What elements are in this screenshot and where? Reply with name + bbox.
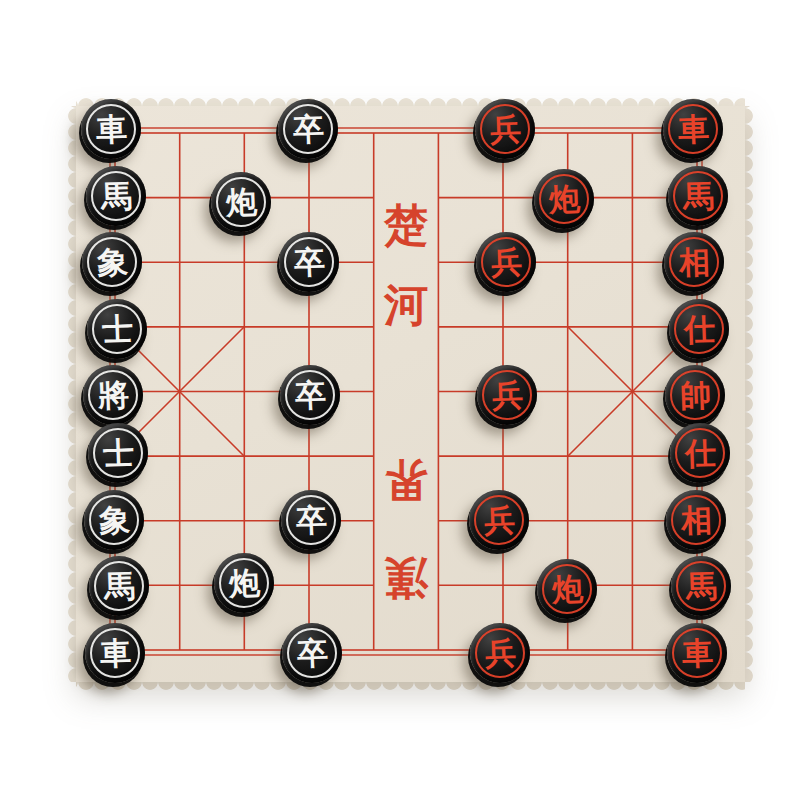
piece-black-general[interactable]: 將: [83, 365, 143, 425]
piece-character: 炮: [551, 573, 583, 605]
piece-red-elephant[interactable]: 相: [666, 490, 726, 550]
piece-black-advisor[interactable]: 士: [88, 423, 148, 483]
river-char-jie: 界: [374, 458, 438, 502]
piece-character: 馬: [100, 180, 132, 212]
piece-character: 卒: [292, 113, 324, 145]
piece-black-soldier[interactable]: 卒: [279, 232, 339, 292]
piece-black-chariot[interactable]: 車: [85, 623, 145, 683]
piece-character: 兵: [491, 379, 523, 411]
piece-character: 相: [678, 246, 710, 278]
piece-black-soldier[interactable]: 卒: [281, 490, 341, 550]
piece-black-horse[interactable]: 馬: [89, 556, 149, 616]
piece-red-cannon[interactable]: 炮: [534, 169, 594, 229]
piece-character: 相: [680, 504, 712, 536]
piece-character: 卒: [293, 246, 325, 278]
piece-character: 卒: [294, 379, 326, 411]
piece-black-elephant[interactable]: 象: [82, 232, 142, 292]
piece-character: 車: [677, 113, 709, 145]
piece-character: 仕: [683, 313, 715, 345]
piece-character: 象: [98, 504, 130, 536]
photo-scene: 楚 河 界 漢 車馬象士將士象馬車炮炮卒卒卒卒卒兵兵兵兵兵炮炮車馬相仕帥仕相馬車: [0, 0, 800, 800]
piece-red-soldier[interactable]: 兵: [477, 365, 537, 425]
river-char-han: 漢: [374, 556, 438, 600]
piece-red-soldier[interactable]: 兵: [475, 99, 535, 159]
piece-character: 車: [99, 637, 131, 669]
piece-character: 士: [102, 437, 134, 469]
piece-red-soldier[interactable]: 兵: [476, 232, 536, 292]
river-char-he: 河: [374, 283, 438, 327]
piece-red-elephant[interactable]: 相: [664, 232, 724, 292]
piece-character: 卒: [296, 637, 328, 669]
piece-black-advisor[interactable]: 士: [87, 299, 147, 359]
piece-red-chariot[interactable]: 車: [667, 623, 727, 683]
piece-black-horse[interactable]: 馬: [86, 166, 146, 226]
piece-character: 炮: [548, 183, 580, 215]
piece-red-soldier[interactable]: 兵: [470, 623, 530, 683]
piece-character: 兵: [490, 246, 522, 278]
piece-character: 帥: [679, 379, 711, 411]
piece-red-cannon[interactable]: 炮: [537, 559, 597, 619]
piece-black-chariot[interactable]: 車: [81, 99, 141, 159]
piece-character: 仕: [684, 437, 716, 469]
piece-black-cannon[interactable]: 炮: [214, 553, 274, 613]
piece-black-cannon[interactable]: 炮: [211, 172, 271, 232]
piece-character: 炮: [225, 186, 257, 218]
piece-red-chariot[interactable]: 車: [663, 99, 723, 159]
piece-character: 車: [95, 113, 127, 145]
piece-black-soldier[interactable]: 卒: [280, 365, 340, 425]
piece-character: 兵: [484, 637, 516, 669]
piece-character: 卒: [295, 504, 327, 536]
piece-red-horse[interactable]: 馬: [668, 166, 728, 226]
piece-red-advisor[interactable]: 仕: [670, 423, 730, 483]
piece-character: 馬: [103, 570, 135, 602]
piece-character: 將: [97, 379, 129, 411]
piece-red-soldier[interactable]: 兵: [469, 490, 529, 550]
piece-red-horse[interactable]: 馬: [671, 556, 731, 616]
piece-character: 象: [96, 246, 128, 278]
piece-character: 兵: [489, 113, 521, 145]
piece-black-soldier[interactable]: 卒: [282, 623, 342, 683]
piece-character: 馬: [682, 180, 714, 212]
piece-character: 馬: [685, 570, 717, 602]
piece-character: 兵: [483, 504, 515, 536]
piece-character: 士: [101, 313, 133, 345]
piece-character: 車: [681, 637, 713, 669]
piece-red-general[interactable]: 帥: [665, 365, 725, 425]
piece-black-elephant[interactable]: 象: [84, 490, 144, 550]
piece-character: 炮: [228, 567, 260, 599]
river-char-chu: 楚: [374, 203, 438, 247]
piece-red-advisor[interactable]: 仕: [669, 299, 729, 359]
piece-black-soldier[interactable]: 卒: [278, 99, 338, 159]
